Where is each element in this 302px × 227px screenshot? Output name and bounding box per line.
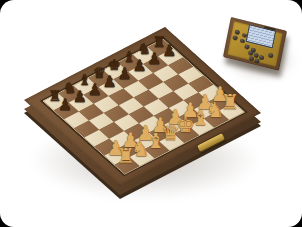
module-button-7[interactable] bbox=[248, 50, 253, 55]
screenshot-canvas: ♜♞♝♛♚♝♞♜♟♟♟♟♟♟♟♟♟♟♟♟♟♟♟♟♜♞♝♛♚♝♞♜ bbox=[0, 0, 302, 227]
module-button-8[interactable] bbox=[253, 53, 258, 58]
piece-white-rook[interactable]: ♜ bbox=[219, 92, 241, 113]
module-button-12[interactable] bbox=[268, 53, 273, 58]
module-button-4[interactable] bbox=[240, 38, 245, 43]
module-button-11[interactable] bbox=[254, 58, 259, 63]
module-button-9[interactable] bbox=[259, 55, 264, 60]
module-button-3[interactable] bbox=[233, 35, 238, 40]
module-button-1[interactable] bbox=[235, 29, 240, 34]
module-button-2[interactable] bbox=[242, 33, 247, 38]
module-button-10[interactable] bbox=[249, 56, 254, 61]
module-button-5[interactable] bbox=[244, 44, 249, 49]
piece-black-pawn[interactable]: ♟ bbox=[158, 43, 180, 59]
product-photo-background: ♜♞♝♛♚♝♞♜♟♟♟♟♟♟♟♟♟♟♟♟♟♟♟♟♜♞♝♛♚♝♞♜ bbox=[0, 0, 302, 227]
